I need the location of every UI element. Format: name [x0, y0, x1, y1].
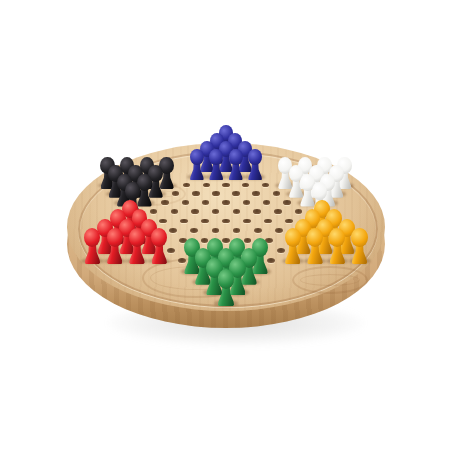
- peg-yellow: [328, 228, 346, 264]
- board-hole: [295, 209, 303, 214]
- board-hole: [275, 228, 283, 233]
- peg-blue: [247, 149, 263, 181]
- board-hole: [171, 209, 179, 214]
- board-hole: [253, 209, 261, 214]
- peg-blue: [228, 149, 244, 181]
- board-hole: [192, 191, 199, 196]
- wood-grain-figure: [292, 266, 368, 294]
- product-photo: [0, 0, 458, 458]
- board-hole: [212, 228, 220, 233]
- board-hole: [161, 200, 168, 205]
- peg-blue: [208, 149, 224, 181]
- board-hole: [273, 191, 280, 196]
- board-hole: [169, 228, 177, 233]
- peg-yellow: [284, 228, 302, 264]
- peg-yellow: [351, 228, 369, 264]
- board-hole: [222, 183, 229, 188]
- board-hole: [212, 191, 219, 196]
- board-hole: [222, 200, 229, 205]
- board-hole: [233, 209, 241, 214]
- peg-red: [106, 228, 124, 264]
- peg-blue: [189, 149, 205, 181]
- board-hole: [203, 183, 210, 188]
- board-hole: [243, 200, 250, 205]
- board-hole: [167, 248, 175, 253]
- board-hole: [202, 200, 209, 205]
- peg-green: [217, 269, 236, 307]
- board-hole: [191, 209, 199, 214]
- board-hole: [190, 228, 198, 233]
- peg-red: [84, 228, 102, 264]
- peg-yellow: [306, 228, 324, 264]
- board-hole: [283, 200, 290, 205]
- board-hole: [252, 191, 259, 196]
- peg-red: [128, 228, 146, 264]
- board-hole: [254, 228, 262, 233]
- peg-red: [150, 228, 168, 264]
- board-hole: [232, 191, 239, 196]
- board-hole: [274, 209, 282, 214]
- board-hole: [182, 200, 189, 205]
